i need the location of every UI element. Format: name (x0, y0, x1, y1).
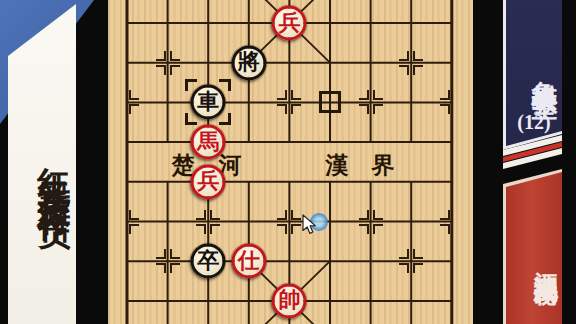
piece-glyph: 兵 (278, 12, 300, 34)
red-soldier-river[interactable]: 兵 (191, 164, 226, 199)
red-general[interactable]: 帥 (272, 283, 307, 318)
red-horse[interactable]: 馬 (191, 125, 226, 160)
red-advisor[interactable]: 仕 (231, 244, 266, 279)
video-frame: 红先黑后长将作负 楚 河 漢 界 兵將車馬兵卒仕帥 象棋教室 (12) 江湖残局… (0, 0, 576, 324)
last-move-origin-marker (319, 91, 341, 113)
last-move-destination-marker (185, 79, 231, 125)
point-marker (359, 210, 383, 234)
point-marker (359, 90, 383, 114)
episode-number: (12) (506, 111, 562, 134)
black-soldier[interactable]: 卒 (191, 244, 226, 279)
series-banner-text: 江湖残局揭秘 (506, 189, 562, 324)
point-marker (440, 90, 464, 114)
point-marker (115, 210, 139, 234)
xiangqi-board[interactable]: 楚 河 漢 界 兵將車馬兵卒仕帥 (108, 0, 473, 324)
board-grid (108, 0, 473, 324)
black-general[interactable]: 將 (231, 45, 266, 80)
point-marker (115, 90, 139, 114)
point-marker (196, 210, 220, 234)
river-label-jie: 界 (372, 150, 395, 181)
point-marker (277, 210, 301, 234)
piece-glyph: 帥 (278, 289, 300, 311)
left-banner: 红先黑后长将作负 (8, 0, 76, 324)
piece-glyph: 卒 (197, 250, 219, 272)
point-marker (440, 210, 464, 234)
piece-glyph: 兵 (197, 170, 219, 192)
piece-glyph: 仕 (238, 250, 260, 272)
point-marker (277, 90, 301, 114)
mouse-cursor-icon (302, 214, 317, 235)
left-banner-text: 红先黑后长将作负 (8, 0, 76, 324)
point-marker (156, 249, 180, 273)
piece-glyph: 將 (238, 51, 260, 73)
point-marker (156, 51, 180, 75)
river-label-han: 漢 (326, 150, 349, 181)
red-soldier-top[interactable]: 兵 (272, 6, 307, 41)
piece-glyph: 馬 (197, 131, 219, 153)
point-marker (399, 51, 423, 75)
right-panel: 象棋教室 (12) 江湖残局揭秘 (503, 0, 562, 324)
point-marker (399, 249, 423, 273)
